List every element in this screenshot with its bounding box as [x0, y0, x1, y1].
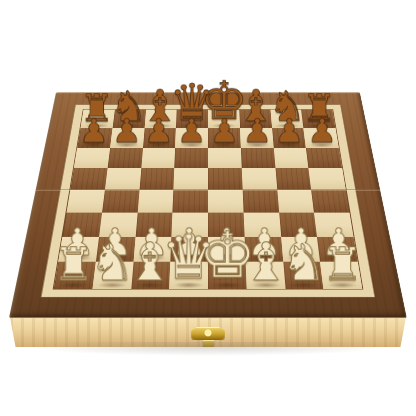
- chess-set-photo: ♜♞♝♛♚♝♞♜♟♟♟♟♟♟♟♟♟♟♟♟♟♟♟♟♜♞♝♛♚♝♞♜: [0, 0, 416, 416]
- square-h4: [311, 190, 349, 213]
- square-f4: [242, 190, 278, 213]
- piece-black-pawn: ♟: [242, 115, 271, 146]
- square-e6: [208, 148, 242, 168]
- square-c7: ♟: [143, 128, 176, 147]
- square-a7: ♟: [77, 128, 112, 147]
- square-a6: [74, 148, 110, 168]
- square-e7: ♟: [208, 128, 241, 147]
- square-f5: [242, 168, 277, 190]
- board-squares: ♜♞♝♛♚♝♞♜♟♟♟♟♟♟♟♟♟♟♟♟♟♟♟♟♜♞♝♛♚♝♞♜: [53, 109, 364, 289]
- piece-black-pawn: ♟: [79, 115, 108, 146]
- clasp-plate: [191, 327, 225, 340]
- piece-white-rook: ♜: [53, 244, 94, 287]
- piece-white-rook: ♜: [322, 244, 363, 287]
- square-g5: [275, 168, 311, 190]
- square-d1: ♛: [169, 262, 208, 289]
- square-e4: [208, 190, 243, 213]
- square-b6: [107, 148, 142, 168]
- square-b5: [105, 168, 141, 190]
- square-g7: ♟: [272, 128, 306, 147]
- square-c1: ♝: [131, 262, 171, 289]
- piece-black-pawn: ♟: [144, 115, 173, 146]
- square-c6: [141, 148, 175, 168]
- square-g4: [277, 190, 314, 213]
- square-b4: [102, 190, 139, 213]
- square-d4: [173, 190, 208, 213]
- square-f7: ♟: [240, 128, 273, 147]
- piece-black-pawn: ♟: [210, 115, 239, 146]
- square-g6: [273, 148, 308, 168]
- square-c5: [139, 168, 174, 190]
- drop-shadow: [24, 342, 392, 356]
- square-e5: [208, 168, 242, 190]
- square-g1: ♞: [283, 262, 324, 289]
- piece-white-knight: ♞: [89, 239, 134, 287]
- square-a4: [66, 190, 104, 213]
- fold-seam: [35, 189, 380, 191]
- square-h1: ♜: [320, 262, 362, 289]
- square-f1: ♝: [245, 262, 285, 289]
- piece-black-pawn: ♟: [112, 115, 141, 146]
- piece-white-knight: ♞: [282, 239, 327, 287]
- square-b1: ♞: [92, 262, 133, 289]
- square-d6: [174, 148, 208, 168]
- square-f6: [241, 148, 275, 168]
- piece-black-pawn: ♟: [275, 115, 304, 146]
- piece-black-pawn: ♟: [307, 115, 336, 146]
- square-a5: [70, 168, 107, 190]
- square-d7: ♟: [175, 128, 208, 147]
- square-h5: [309, 168, 346, 190]
- square-c4: [137, 190, 173, 213]
- square-h7: ♟: [304, 128, 339, 147]
- square-d5: [174, 168, 208, 190]
- square-h6: [306, 148, 342, 168]
- chess-board: ♜♞♝♛♚♝♞♜♟♟♟♟♟♟♟♟♟♟♟♟♟♟♟♟♜♞♝♛♚♝♞♜: [9, 92, 407, 318]
- square-b7: ♟: [110, 128, 144, 147]
- piece-black-pawn: ♟: [177, 115, 206, 146]
